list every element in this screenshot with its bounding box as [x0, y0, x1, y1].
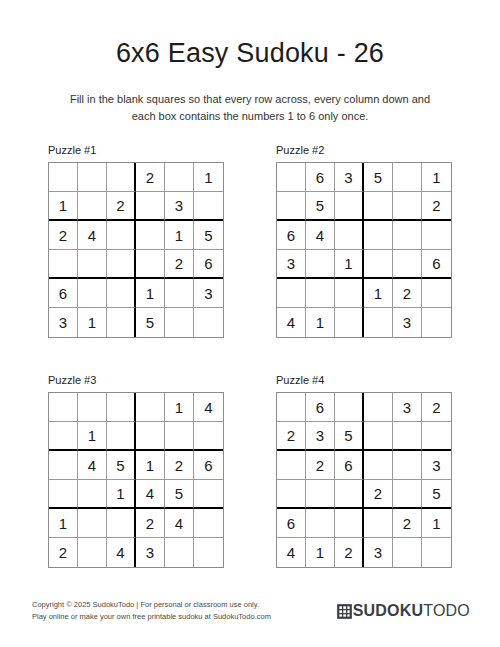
sudoku-cell-r2c5: 3	[165, 192, 194, 221]
sudoku-cell-r5c4	[364, 509, 393, 538]
sudoku-cell-r1c1	[49, 393, 78, 422]
sudoku-cell-r1c6: 4	[194, 393, 223, 422]
sudoku-cell-r2c4	[364, 192, 393, 221]
sudoku-cell-r3c2: 4	[306, 221, 335, 250]
sudoku-cell-r5c6	[422, 279, 451, 308]
sudoku-cell-r6c1: 4	[277, 538, 306, 567]
sudoku-cell-r5c1: 6	[49, 279, 78, 308]
sudoku-cell-r2c6: 2	[422, 192, 451, 221]
puzzle-2-label: Puzzle #2	[276, 144, 452, 156]
sudoku-cell-r4c2	[78, 250, 107, 279]
sudoku-cell-r3c4	[136, 221, 165, 250]
sudoku-cell-r5c4: 2	[136, 509, 165, 538]
sudoku-cell-r1c6: 1	[422, 163, 451, 192]
sudoku-cell-r6c5	[165, 308, 194, 337]
sudoku-cell-r3c2: 2	[306, 451, 335, 480]
sudoku-board-4: 632235263256214123	[276, 392, 452, 568]
puzzle-3-label: Puzzle #3	[48, 374, 224, 386]
sudoku-cell-r4c3	[107, 250, 136, 279]
sudoku-cell-r5c1: 6	[277, 509, 306, 538]
sudoku-grid-icon	[337, 604, 352, 619]
sudoku-cell-r2c2	[78, 192, 107, 221]
sudoku-cell-r6c4: 5	[136, 308, 165, 337]
sudoku-cell-r4c2	[306, 250, 335, 279]
sudoku-cell-r3c6: 6	[194, 451, 223, 480]
puzzles-grid: Puzzle #1 21123241526613315 Puzzle #2 63…	[48, 144, 452, 568]
sudoku-board-2: 6351526431612413	[276, 162, 452, 338]
sudoku-cell-r5c5: 4	[165, 509, 194, 538]
instructions-line-1: Fill in the blank squares so that every …	[0, 91, 500, 108]
sudoku-cell-r4c4	[136, 250, 165, 279]
instructions-line-2: each box contains the numbers 1 to 6 onl…	[0, 108, 500, 125]
sudoku-cell-r1c3: 3	[335, 163, 364, 192]
sudoku-cell-r1c1	[49, 163, 78, 192]
sudoku-cell-r1c6: 1	[194, 163, 223, 192]
sudoku-cell-r1c2	[78, 393, 107, 422]
sudoku-cell-r3c3	[107, 221, 136, 250]
page-title: 6x6 Easy Sudoku - 26	[0, 0, 500, 69]
sudoku-cell-r6c6	[422, 538, 451, 567]
printable-sudoku-page: 6x6 Easy Sudoku - 26 Fill in the blank s…	[0, 0, 500, 647]
sudoku-cell-r1c5	[393, 163, 422, 192]
sudoku-cell-r3c6: 3	[422, 451, 451, 480]
sudoku-cell-r6c2: 1	[306, 308, 335, 337]
sudoku-cell-r4c1: 3	[277, 250, 306, 279]
sudoku-cell-r1c1	[277, 163, 306, 192]
sudoku-cell-r2c5	[165, 422, 194, 451]
sudoku-cell-r3c4: 1	[136, 451, 165, 480]
sudoku-cell-r5c5: 2	[393, 279, 422, 308]
sudoku-cell-r4c6: 6	[194, 250, 223, 279]
sudoku-cell-r2c4	[136, 192, 165, 221]
sudoku-cell-r4c6: 6	[422, 250, 451, 279]
sudoku-cell-r3c4	[364, 221, 393, 250]
puzzle-1: Puzzle #1 21123241526613315	[48, 144, 224, 338]
sudoku-cell-r3c2: 4	[78, 451, 107, 480]
puzzle-4: Puzzle #4 632235263256214123	[276, 374, 452, 568]
sudoku-cell-r2c1: 1	[49, 192, 78, 221]
sudoku-cell-r4c1	[49, 480, 78, 509]
sudoku-cell-r6c2: 1	[78, 308, 107, 337]
sudoku-cell-r4c3	[335, 480, 364, 509]
sudoku-cell-r4c3: 1	[335, 250, 364, 279]
sudoku-cell-r1c2: 6	[306, 393, 335, 422]
page-footer: Copyright © 2025 SudokuTodo | For person…	[32, 599, 470, 624]
sudoku-cell-r6c4: 3	[136, 538, 165, 567]
copyright-text: Copyright © 2025 SudokuTodo | For person…	[32, 599, 271, 624]
sudoku-cell-r5c3	[107, 509, 136, 538]
sudoku-cell-r2c2: 3	[306, 422, 335, 451]
sudoku-cell-r1c3	[107, 393, 136, 422]
sudoku-cell-r6c3	[107, 308, 136, 337]
sudoku-cell-r1c6: 2	[422, 393, 451, 422]
sudoku-cell-r2c1	[277, 192, 306, 221]
sudoku-cell-r6c3: 4	[107, 538, 136, 567]
sudoku-cell-r6c3: 2	[335, 538, 364, 567]
sudoku-cell-r6c1: 3	[49, 308, 78, 337]
sudoku-cell-r2c5	[393, 192, 422, 221]
sudoku-board-3: 14145126145124243	[48, 392, 224, 568]
sudoku-cell-r1c5: 1	[165, 393, 194, 422]
sudoku-cell-r1c1	[277, 393, 306, 422]
sudoku-cell-r2c3	[107, 422, 136, 451]
sudoku-cell-r6c6	[194, 308, 223, 337]
sudoku-cell-r1c4: 2	[136, 163, 165, 192]
sudoku-cell-r3c5: 2	[165, 451, 194, 480]
sudoku-cell-r4c3: 1	[107, 480, 136, 509]
sudoku-cell-r5c3	[335, 509, 364, 538]
sudoku-cell-r4c5: 2	[165, 250, 194, 279]
sudoku-cell-r6c4: 3	[364, 538, 393, 567]
sudoku-cell-r6c6	[194, 538, 223, 567]
sudoku-cell-r1c3	[335, 393, 364, 422]
sudoku-cell-r3c3: 5	[107, 451, 136, 480]
sudoku-cell-r5c3	[107, 279, 136, 308]
sudoku-cell-r4c5	[393, 480, 422, 509]
sudoku-cell-r1c5	[165, 163, 194, 192]
sudoku-cell-r6c4	[364, 308, 393, 337]
sudoku-cell-r4c6	[194, 480, 223, 509]
sudoku-cell-r5c1: 1	[49, 509, 78, 538]
sudoku-cell-r2c4	[136, 422, 165, 451]
sudoku-cell-r4c4: 4	[136, 480, 165, 509]
sudoku-cell-r2c1	[49, 422, 78, 451]
sudoku-cell-r2c6	[194, 422, 223, 451]
sudoku-cell-r5c2	[78, 279, 107, 308]
sudoku-cell-r6c3	[335, 308, 364, 337]
sudoku-cell-r3c6	[422, 221, 451, 250]
sudoku-cell-r3c5: 1	[165, 221, 194, 250]
copyright-line-2: Play online or make your own free printa…	[32, 611, 271, 623]
sudoku-board-1: 21123241526613315	[48, 162, 224, 338]
sudoku-cell-r5c6: 3	[194, 279, 223, 308]
sudoku-cell-r6c1: 2	[49, 538, 78, 567]
sudoku-cell-r2c5	[393, 422, 422, 451]
sudoku-cell-r3c3: 6	[335, 451, 364, 480]
sudoku-cell-r5c2	[306, 279, 335, 308]
sudoku-cell-r2c2: 5	[306, 192, 335, 221]
sudoku-cell-r2c3	[335, 192, 364, 221]
sudoku-cell-r6c5	[165, 538, 194, 567]
sudoku-cell-r5c5: 2	[393, 509, 422, 538]
puzzle-4-label: Puzzle #4	[276, 374, 452, 386]
sudoku-cell-r6c5	[393, 538, 422, 567]
sudoku-cell-r2c1: 2	[277, 422, 306, 451]
sudoku-cell-r1c4	[136, 393, 165, 422]
puzzle-2: Puzzle #2 6351526431612413	[276, 144, 452, 338]
sudoku-cell-r1c4: 5	[364, 163, 393, 192]
sudoku-cell-r4c4	[364, 250, 393, 279]
sudoku-cell-r5c6: 1	[422, 509, 451, 538]
sudoku-cell-r1c2: 6	[306, 163, 335, 192]
sudoku-cell-r5c4: 1	[136, 279, 165, 308]
sudoku-cell-r4c2	[78, 480, 107, 509]
sudoku-cell-r4c1	[277, 480, 306, 509]
sudokutodo-logo: SUDOKUTODO	[337, 602, 470, 620]
sudoku-cell-r5c1	[277, 279, 306, 308]
logo-text-todo: TODO	[423, 602, 470, 619]
sudoku-cell-r1c2	[78, 163, 107, 192]
sudoku-cell-r3c1: 2	[49, 221, 78, 250]
sudoku-cell-r4c5	[393, 250, 422, 279]
sudoku-cell-r2c2: 1	[78, 422, 107, 451]
sudoku-cell-r5c4: 1	[364, 279, 393, 308]
logo-text-sudoku: SUDOKU	[353, 602, 424, 619]
sudoku-cell-r3c2: 4	[78, 221, 107, 250]
copyright-line-1: Copyright © 2025 SudokuTodo | For person…	[32, 599, 271, 611]
sudoku-cell-r5c2	[306, 509, 335, 538]
instructions: Fill in the blank squares so that every …	[0, 91, 500, 124]
sudoku-cell-r6c6	[422, 308, 451, 337]
sudoku-cell-r4c2	[306, 480, 335, 509]
sudoku-cell-r3c6: 5	[194, 221, 223, 250]
sudoku-cell-r6c5: 3	[393, 308, 422, 337]
sudoku-cell-r5c5	[165, 279, 194, 308]
sudoku-cell-r3c1	[49, 451, 78, 480]
sudoku-cell-r2c6	[194, 192, 223, 221]
puzzle-1-label: Puzzle #1	[48, 144, 224, 156]
sudoku-cell-r6c2: 1	[306, 538, 335, 567]
sudoku-cell-r3c1	[277, 451, 306, 480]
logo-text: SUDOKUTODO	[353, 602, 470, 620]
sudoku-cell-r1c3	[107, 163, 136, 192]
sudoku-cell-r4c5: 5	[165, 480, 194, 509]
sudoku-cell-r1c4	[364, 393, 393, 422]
sudoku-cell-r2c3: 5	[335, 422, 364, 451]
sudoku-cell-r6c1: 4	[277, 308, 306, 337]
sudoku-cell-r2c3: 2	[107, 192, 136, 221]
puzzle-3: Puzzle #3 14145126145124243	[48, 374, 224, 568]
sudoku-cell-r2c4	[364, 422, 393, 451]
sudoku-cell-r5c6	[194, 509, 223, 538]
sudoku-cell-r3c1: 6	[277, 221, 306, 250]
sudoku-cell-r2c6	[422, 422, 451, 451]
sudoku-cell-r4c6: 5	[422, 480, 451, 509]
sudoku-cell-r5c2	[78, 509, 107, 538]
sudoku-cell-r3c5	[393, 451, 422, 480]
sudoku-cell-r1c5: 3	[393, 393, 422, 422]
sudoku-cell-r6c2	[78, 538, 107, 567]
sudoku-cell-r3c3	[335, 221, 364, 250]
sudoku-cell-r3c5	[393, 221, 422, 250]
sudoku-cell-r4c1	[49, 250, 78, 279]
sudoku-cell-r4c4: 2	[364, 480, 393, 509]
sudoku-cell-r3c4	[364, 451, 393, 480]
sudoku-cell-r5c3	[335, 279, 364, 308]
